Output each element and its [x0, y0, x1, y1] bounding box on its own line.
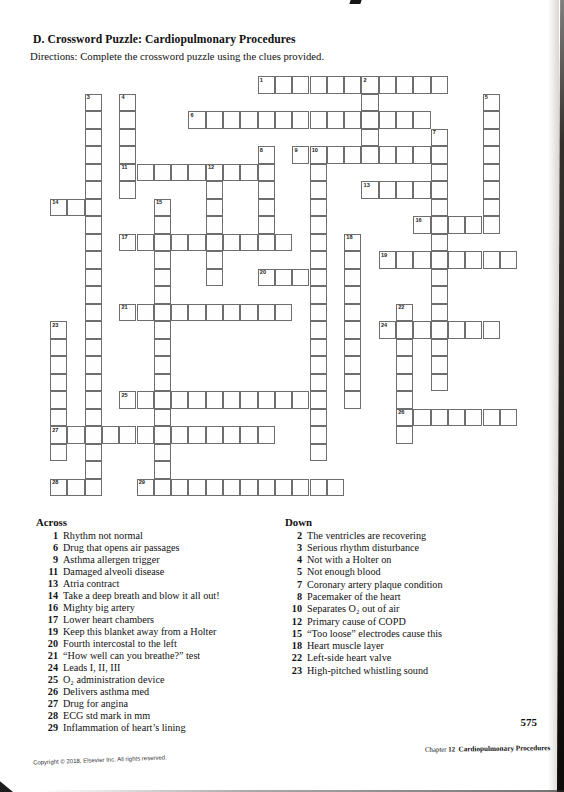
across-clue-1: 1Rhythm not normal	[36, 530, 220, 542]
grid-cell[interactable]	[344, 356, 361, 374]
grid-cell[interactable]	[413, 146, 430, 164]
grid-cell[interactable]	[188, 479, 205, 497]
grid-cell[interactable]	[310, 199, 327, 217]
clue-text: Left-side heart valve	[307, 652, 391, 663]
grid-cell[interactable]	[431, 76, 448, 94]
grid-cell[interactable]	[310, 444, 327, 462]
copyright-notice: Copyright © 2018, Elsevier Inc. All righ…	[33, 754, 167, 765]
grid-cell[interactable]	[292, 269, 309, 287]
grid-cell[interactable]	[483, 199, 500, 217]
grid-cell-numbered-25[interactable]: 25	[119, 391, 136, 409]
grid-cell[interactable]	[240, 111, 257, 129]
clue-text: “Too loose” electrodes cause this	[307, 628, 442, 639]
grid-cell[interactable]	[465, 216, 482, 234]
grid-cell[interactable]	[85, 426, 102, 444]
grid-cell[interactable]	[188, 391, 205, 409]
grid-cell-numbered-20[interactable]: 20	[258, 269, 275, 287]
grid-cell[interactable]	[310, 269, 327, 287]
cell-number: 5	[485, 95, 488, 101]
grid-cell[interactable]	[396, 374, 413, 392]
clue-text: Keep this blanket away from a Holter	[63, 626, 216, 637]
grid-cell[interactable]	[85, 461, 102, 479]
grid-cell[interactable]	[258, 111, 275, 129]
clue-number: 11	[36, 566, 58, 577]
clue-number: 29	[36, 722, 58, 733]
grid-cell[interactable]	[379, 146, 396, 164]
grid-cell[interactable]	[85, 129, 102, 147]
grid-cell[interactable]	[102, 426, 119, 444]
grid-cell[interactable]	[223, 234, 240, 252]
grid-cell[interactable]	[310, 111, 327, 129]
grid-cell[interactable]	[483, 111, 500, 129]
grid-cell[interactable]	[206, 234, 223, 252]
grid-cell[interactable]	[171, 426, 188, 444]
grid-cell[interactable]	[413, 251, 430, 269]
grid-cell-numbered-24[interactable]: 24	[379, 321, 396, 339]
grid-cell[interactable]	[258, 181, 275, 199]
grid-cell[interactable]	[119, 181, 136, 199]
grid-cell-numbered-18[interactable]: 18	[344, 234, 361, 252]
grid-cell[interactable]	[310, 286, 327, 304]
across-clue-29: 29Inflammation of heart’s lining	[36, 722, 220, 734]
grid-cell[interactable]	[240, 234, 257, 252]
clue-text: Fourth intercostal to the left	[63, 638, 177, 649]
grid-cell-numbered-23[interactable]: 23	[50, 321, 67, 339]
grid-cell[interactable]	[85, 321, 102, 339]
grid-cell[interactable]	[275, 391, 292, 409]
grid-cell[interactable]	[240, 479, 257, 497]
grid-cell[interactable]	[344, 374, 361, 392]
grid-cell[interactable]	[50, 339, 67, 357]
grid-cell[interactable]	[154, 426, 171, 444]
clue-text: O₂ administration device	[63, 674, 164, 685]
grid-cell[interactable]	[171, 164, 188, 182]
grid-cell-numbered-12[interactable]: 12	[206, 164, 223, 182]
grid-cell[interactable]	[310, 304, 327, 322]
grid-cell[interactable]	[379, 111, 396, 129]
scanned-workbook-page: { "game": "crossword", "page": { "title"…	[0, 0, 564, 792]
grid-cell[interactable]	[396, 339, 413, 357]
grid-cell[interactable]	[188, 304, 205, 322]
grid-cell[interactable]	[465, 251, 482, 269]
grid-cell[interactable]	[275, 76, 292, 94]
cell-number: 9	[294, 148, 297, 154]
grid-cell[interactable]	[258, 234, 275, 252]
grid-cell-numbered-9[interactable]: 9	[292, 146, 309, 164]
grid-cell[interactable]	[275, 304, 292, 322]
clue-number: 1	[36, 530, 58, 541]
grid-cell[interactable]	[431, 234, 448, 252]
grid-cell[interactable]	[483, 321, 500, 339]
grid-cell[interactable]	[431, 304, 448, 322]
grid-cell[interactable]	[85, 269, 102, 287]
clue-text: Heart muscle layer	[307, 640, 384, 651]
grid-cell-numbered-19[interactable]: 19	[379, 251, 396, 269]
cell-number: 11	[121, 165, 127, 171]
directions-text: Directions: Complete the crossword puzzl…	[30, 50, 324, 62]
down-clues-section: Down 2The ventricles are recovering3Seri…	[285, 516, 443, 677]
grid-cell[interactable]	[154, 216, 171, 234]
grid-cell[interactable]	[344, 111, 361, 129]
grid-cell[interactable]	[137, 391, 154, 409]
grid-cell-numbered-28[interactable]: 28	[50, 479, 67, 497]
chapter-number: 12	[448, 745, 455, 752]
grid-cell[interactable]	[67, 479, 84, 497]
grid-cell[interactable]	[483, 181, 500, 199]
grid-cell[interactable]	[50, 409, 67, 427]
grid-cell[interactable]	[275, 234, 292, 252]
grid-cell[interactable]	[223, 479, 240, 497]
grid-cell[interactable]	[344, 269, 361, 287]
grid-cell[interactable]	[154, 269, 171, 287]
grid-cell[interactable]	[258, 391, 275, 409]
grid-cell[interactable]	[223, 426, 240, 444]
grid-cell[interactable]	[223, 304, 240, 322]
grid-cell[interactable]	[223, 391, 240, 409]
grid-cell[interactable]	[327, 146, 344, 164]
grid-cell[interactable]	[85, 286, 102, 304]
cell-number: 20	[260, 270, 266, 276]
grid-cell[interactable]	[344, 339, 361, 357]
grid-cell-numbered-21[interactable]: 21	[119, 304, 136, 322]
cell-number: 22	[398, 305, 404, 311]
grid-cell[interactable]	[240, 304, 257, 322]
grid-cell[interactable]	[258, 216, 275, 234]
grid-cell[interactable]	[483, 216, 500, 234]
grid-cell[interactable]	[327, 111, 344, 129]
cell-number: 6	[191, 113, 194, 119]
clue-text: Delivers asthma med	[63, 686, 149, 697]
cell-number: 15	[156, 200, 162, 206]
grid-cell[interactable]	[431, 216, 448, 234]
grid-cell[interactable]	[137, 426, 154, 444]
down-clue-list: 2The ventricles are recovering3Serious r…	[285, 530, 443, 678]
grid-cell[interactable]	[188, 164, 205, 182]
grid-cell[interactable]	[67, 199, 84, 217]
grid-cell[interactable]	[154, 304, 171, 322]
grid-cell[interactable]	[85, 339, 102, 357]
grid-cell[interactable]	[310, 321, 327, 339]
grid-cell[interactable]	[206, 426, 223, 444]
grid-cell-numbered-10[interactable]: 10	[310, 146, 327, 164]
grid-cell[interactable]	[171, 304, 188, 322]
grid-cell[interactable]	[465, 321, 482, 339]
grid-cell[interactable]	[396, 356, 413, 374]
grid-cell[interactable]	[310, 426, 327, 444]
grid-cell[interactable]	[223, 164, 240, 182]
grid-cell-numbered-13[interactable]: 13	[361, 181, 378, 199]
grid-cell[interactable]	[154, 234, 171, 252]
grid-cell-numbered-14[interactable]: 14	[50, 199, 67, 217]
clue-number: 25	[36, 674, 58, 685]
grid-cell[interactable]	[327, 479, 344, 497]
clue-text: Not enough blood	[307, 566, 381, 577]
grid-cell[interactable]	[85, 251, 102, 269]
grid-cell-numbered-27[interactable]: 27	[50, 426, 67, 444]
grid-cell[interactable]	[431, 356, 448, 374]
grid-cell[interactable]	[431, 374, 448, 392]
grid-cell[interactable]	[206, 216, 223, 234]
grid-cell-numbered-8[interactable]: 8	[258, 146, 275, 164]
clue-number: 15	[285, 628, 302, 639]
grid-cell[interactable]	[500, 251, 517, 269]
grid-cell[interactable]	[240, 391, 257, 409]
grid-cell[interactable]	[292, 391, 309, 409]
grid-cell[interactable]	[240, 164, 257, 182]
grid-cell[interactable]	[154, 461, 171, 479]
grid-cell[interactable]	[206, 304, 223, 322]
grid-cell[interactable]	[344, 304, 361, 322]
grid-cell[interactable]	[206, 181, 223, 199]
grid-cell[interactable]	[413, 181, 430, 199]
grid-cell[interactable]	[154, 339, 171, 357]
grid-cell[interactable]	[344, 391, 361, 409]
grid-cell[interactable]	[431, 339, 448, 357]
grid-cell[interactable]	[396, 426, 413, 444]
grid-cell[interactable]	[344, 146, 361, 164]
grid-cell[interactable]	[292, 111, 309, 129]
grid-cell[interactable]	[188, 234, 205, 252]
page-number: 575	[521, 716, 538, 728]
grid-cell[interactable]	[85, 444, 102, 462]
grid-cell[interactable]	[85, 356, 102, 374]
grid-cell-numbered-4[interactable]: 4	[119, 94, 136, 112]
grid-cell[interactable]	[50, 374, 67, 392]
grid-cell[interactable]	[258, 199, 275, 217]
grid-cell-numbered-29[interactable]: 29	[137, 479, 154, 497]
grid-cell[interactable]	[85, 479, 102, 497]
grid-cell[interactable]	[396, 251, 413, 269]
grid-cell[interactable]	[85, 164, 102, 182]
grid-cell[interactable]	[431, 251, 448, 269]
cell-number: 12	[208, 165, 214, 171]
grid-cell[interactable]	[50, 391, 67, 409]
grid-cell[interactable]	[500, 409, 517, 427]
grid-cell[interactable]	[361, 94, 378, 112]
grid-cell[interactable]	[206, 251, 223, 269]
cell-number: 27	[52, 428, 58, 434]
grid-cell[interactable]	[310, 216, 327, 234]
grid-cell[interactable]	[379, 76, 396, 94]
grid-cell[interactable]	[396, 321, 413, 339]
grid-cell[interactable]	[310, 164, 327, 182]
grid-cell[interactable]	[431, 146, 448, 164]
clue-number: 23	[285, 665, 302, 676]
grid-cell[interactable]	[310, 391, 327, 409]
across-clue-17: 17Lower heart chambers	[36, 614, 220, 626]
grid-cell[interactable]	[154, 286, 171, 304]
grid-cell[interactable]	[310, 479, 327, 497]
grid-cell[interactable]	[310, 251, 327, 269]
grid-cell[interactable]	[448, 216, 465, 234]
grid-cell[interactable]	[310, 339, 327, 357]
grid-cell[interactable]	[483, 251, 500, 269]
grid-cell[interactable]	[154, 374, 171, 392]
grid-cell-numbered-17[interactable]: 17	[119, 234, 136, 252]
grid-cell[interactable]	[258, 164, 275, 182]
grid-cell[interactable]	[292, 76, 309, 94]
grid-cell-numbered-3[interactable]: 3	[85, 94, 102, 112]
grid-cell[interactable]	[85, 409, 102, 427]
grid-cell[interactable]	[85, 234, 102, 252]
grid-cell-numbered-11[interactable]: 11	[119, 164, 136, 182]
grid-cell[interactable]	[85, 304, 102, 322]
grid-cell[interactable]	[344, 251, 361, 269]
grid-cell[interactable]	[413, 321, 430, 339]
grid-cell[interactable]	[206, 479, 223, 497]
grid-cell[interactable]	[396, 181, 413, 199]
grid-cell[interactable]	[171, 391, 188, 409]
grid-cell[interactable]	[85, 181, 102, 199]
grid-cell[interactable]	[396, 146, 413, 164]
grid-cell[interactable]	[361, 111, 378, 129]
grid-cell[interactable]	[275, 479, 292, 497]
grid-cell[interactable]	[154, 479, 171, 497]
grid-cell[interactable]	[431, 269, 448, 287]
grid-cell-numbered-5[interactable]: 5	[483, 94, 500, 112]
grid-cell[interactable]	[310, 234, 327, 252]
grid-cell-numbered-2[interactable]: 2	[361, 76, 378, 94]
grid-cell[interactable]	[310, 356, 327, 374]
grid-cell[interactable]	[361, 129, 378, 147]
grid-cell[interactable]	[483, 146, 500, 164]
grid-cell-numbered-7[interactable]: 7	[431, 129, 448, 147]
grid-cell[interactable]	[206, 269, 223, 287]
grid-cell[interactable]	[154, 444, 171, 462]
grid-cell[interactable]	[119, 129, 136, 147]
clue-text: “How well can you breathe?” test	[63, 650, 200, 661]
grid-cell[interactable]	[258, 304, 275, 322]
grid-cell[interactable]	[396, 391, 413, 409]
clue-text: High-pitched whistling sound	[307, 665, 428, 676]
grid-cell-numbered-16[interactable]: 16	[413, 216, 430, 234]
grid-cell[interactable]	[431, 181, 448, 199]
across-clue-6: 6Drug that opens air passages	[36, 542, 220, 554]
across-clue-list: 1Rhythm not normal6Drug that opens air p…	[36, 530, 220, 735]
grid-cell[interactable]	[50, 356, 67, 374]
grid-cell[interactable]	[85, 216, 102, 234]
grid-cell[interactable]	[431, 321, 448, 339]
down-clue-3: 3Serious rhythm disturbance	[285, 542, 443, 554]
grid-cell[interactable]	[310, 181, 327, 199]
crossword-grid: 1269101112131416171920212425262728293457…	[50, 76, 518, 496]
grid-cell[interactable]	[206, 199, 223, 217]
grid-cell[interactable]	[85, 391, 102, 409]
grid-cell[interactable]	[119, 111, 136, 129]
grid-cell[interactable]	[258, 426, 275, 444]
down-clue-8: 8Pacemaker of the heart	[285, 591, 443, 603]
grid-cell[interactable]	[171, 479, 188, 497]
grid-cell[interactable]	[240, 426, 257, 444]
grid-cell[interactable]	[206, 391, 223, 409]
clue-text: Asthma allergen trigger	[63, 554, 160, 565]
grid-cell[interactable]	[154, 391, 171, 409]
grid-cell[interactable]	[361, 146, 378, 164]
grid-cell[interactable]	[327, 76, 344, 94]
grid-cell[interactable]	[292, 479, 309, 497]
grid-cell[interactable]	[275, 111, 292, 129]
grid-cell[interactable]	[85, 111, 102, 129]
grid-cell[interactable]	[413, 76, 430, 94]
grid-cell[interactable]	[483, 409, 500, 427]
grid-cell[interactable]	[223, 111, 240, 129]
grid-cell[interactable]	[50, 444, 67, 462]
cell-number: 13	[364, 183, 370, 189]
grid-cell[interactable]	[344, 321, 361, 339]
grid-cell[interactable]	[431, 199, 448, 217]
grid-cell[interactable]	[85, 199, 102, 217]
clue-text: Primary cause of COPD	[307, 616, 406, 627]
grid-cell[interactable]	[448, 409, 465, 427]
grid-cell[interactable]	[379, 181, 396, 199]
grid-cell[interactable]	[310, 76, 327, 94]
grid-cell[interactable]	[413, 111, 430, 129]
grid-cell[interactable]	[431, 164, 448, 182]
clue-text: Not with a Holter on	[307, 554, 391, 565]
grid-cell[interactable]	[431, 409, 448, 427]
grid-cell[interactable]	[119, 426, 136, 444]
grid-cell[interactable]	[483, 164, 500, 182]
grid-cell[interactable]	[483, 129, 500, 147]
clue-number: 27	[36, 698, 58, 709]
grid-cell[interactable]	[137, 304, 154, 322]
grid-cell[interactable]	[154, 251, 171, 269]
grid-cell[interactable]	[448, 251, 465, 269]
grid-cell-numbered-22[interactable]: 22	[396, 304, 413, 322]
grid-cell-numbered-26[interactable]: 26	[396, 409, 413, 427]
grid-cell[interactable]	[119, 146, 136, 164]
grid-cell[interactable]	[171, 234, 188, 252]
grid-cell[interactable]	[206, 111, 223, 129]
down-clue-5: 5Not enough blood	[285, 566, 443, 578]
grid-cell[interactable]	[431, 286, 448, 304]
grid-cell[interactable]	[188, 426, 205, 444]
grid-cell[interactable]	[67, 426, 84, 444]
grid-cell[interactable]	[344, 76, 361, 94]
grid-cell[interactable]	[275, 269, 292, 287]
grid-cell[interactable]	[413, 409, 430, 427]
grid-cell[interactable]	[448, 321, 465, 339]
grid-cell[interactable]	[465, 409, 482, 427]
chapter-footer: Chapter 12 Cardiopulmonary Procedures	[425, 744, 550, 754]
grid-cell[interactable]	[85, 146, 102, 164]
grid-cell[interactable]	[154, 409, 171, 427]
grid-cell[interactable]	[258, 479, 275, 497]
clue-number: 17	[36, 614, 58, 625]
grid-cell-numbered-1[interactable]: 1	[258, 76, 275, 94]
across-clue-20: 20Fourth intercostal to the left	[36, 638, 220, 650]
down-clue-22: 22Left-side heart valve	[285, 652, 443, 664]
grid-cell[interactable]	[137, 234, 154, 252]
cell-number: 16	[415, 218, 421, 224]
grid-cell-numbered-15[interactable]: 15	[154, 199, 171, 217]
grid-cell[interactable]	[85, 374, 102, 392]
clue-number: 4	[285, 554, 302, 565]
grid-cell[interactable]	[396, 76, 413, 94]
cell-number: 8	[260, 148, 263, 154]
clue-text: Lower heart chambers	[63, 614, 154, 625]
grid-cell[interactable]	[310, 409, 327, 427]
grid-cell-numbered-6[interactable]: 6	[188, 111, 205, 129]
grid-cell[interactable]	[154, 356, 171, 374]
grid-cell[interactable]	[344, 286, 361, 304]
grid-cell[interactable]	[310, 374, 327, 392]
grid-cell[interactable]	[137, 164, 154, 182]
grid-cell[interactable]	[396, 111, 413, 129]
grid-cell[interactable]	[154, 321, 171, 339]
grid-cell[interactable]	[154, 164, 171, 182]
down-clue-12: 12Primary cause of COPD	[285, 616, 443, 628]
